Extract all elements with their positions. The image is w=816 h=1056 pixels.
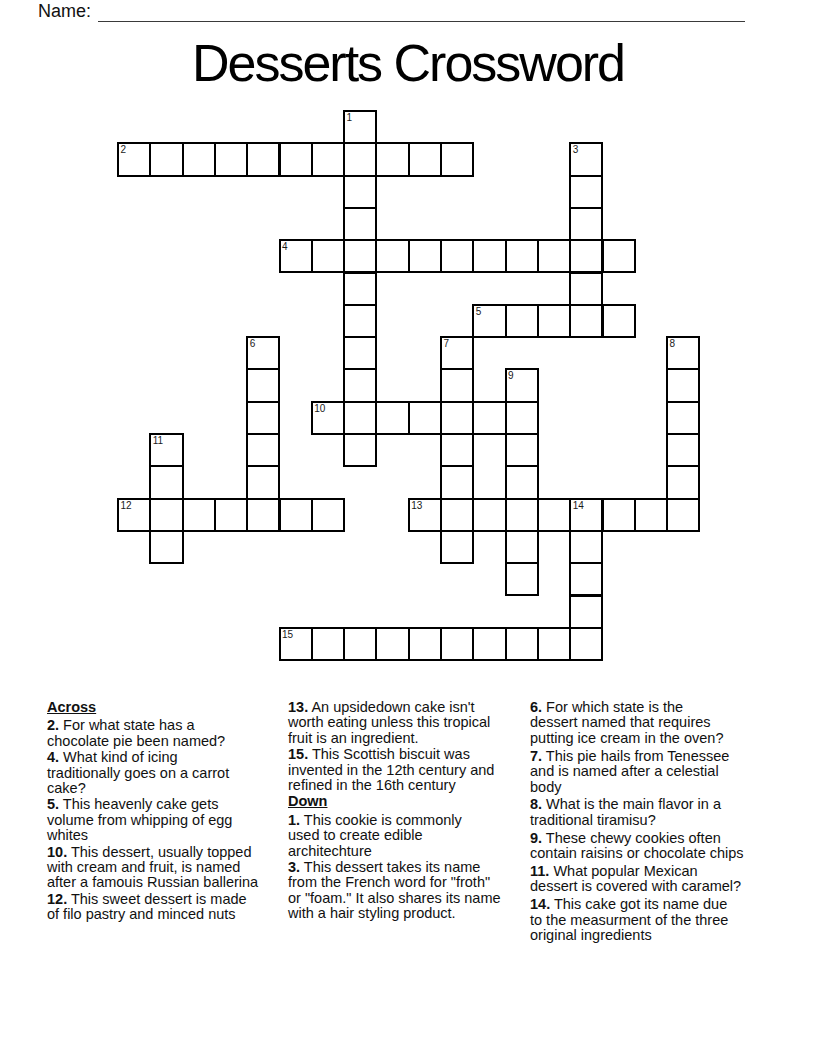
grid-cell-r13c1[interactable]	[149, 530, 183, 564]
cell-number-7: 7	[444, 338, 450, 349]
grid-cell-r13c14[interactable]	[569, 530, 603, 564]
grid-cell-r16c7[interactable]	[343, 627, 377, 661]
grid-cell-r13c10[interactable]	[440, 530, 474, 564]
grid-cell-r12c17[interactable]	[666, 498, 700, 532]
clue-text: This heavenly cake gets volume from whip…	[47, 796, 232, 843]
grid-cell-r8c7[interactable]	[343, 368, 377, 402]
grid-cell-r12c16[interactable]	[634, 498, 668, 532]
clue-number-label: 13.	[288, 699, 308, 715]
grid-cell-r12c11[interactable]	[472, 498, 506, 532]
clue-text: For what state has a chocolate pie been …	[47, 717, 225, 748]
grid-cell-r7c4[interactable]: 6	[246, 336, 280, 370]
grid-cell-r6c12[interactable]	[505, 304, 539, 338]
grid-cell-r8c10[interactable]	[440, 368, 474, 402]
grid-cell-r4c11[interactable]	[472, 239, 506, 273]
clue-text: This cookie is commonly used to create e…	[288, 812, 462, 859]
grid-cell-r1c3[interactable]	[214, 142, 248, 176]
grid-cell-r11c10[interactable]	[440, 465, 474, 499]
grid-cell-r2c7[interactable]	[343, 175, 377, 209]
clue-down-3: 3. This dessert takes its name from the …	[288, 860, 546, 922]
grid-cell-r9c12[interactable]	[505, 401, 539, 435]
grid-cell-r14c14[interactable]	[569, 562, 603, 596]
clue-number-label: 8.	[530, 796, 542, 812]
cell-number-13: 13	[411, 500, 422, 511]
grid-cell-r10c4[interactable]	[246, 433, 280, 467]
grid-cell-r2c14[interactable]	[569, 175, 603, 209]
cell-number-8: 8	[670, 338, 676, 349]
grid-cell-r12c5[interactable]	[279, 498, 313, 532]
grid-cell-r4c12[interactable]	[505, 239, 539, 273]
grid-cell-r11c1[interactable]	[149, 465, 183, 499]
cell-number-11: 11	[153, 435, 163, 446]
grid-cell-r10c10[interactable]	[440, 433, 474, 467]
grid-cell-r10c7[interactable]	[343, 433, 377, 467]
grid-cell-r6c7[interactable]	[343, 304, 377, 338]
grid-cell-r16c10[interactable]	[440, 627, 474, 661]
clue-text: This pie hails from Tenessee and is name…	[530, 748, 729, 795]
grid-cell-r1c2[interactable]	[182, 142, 216, 176]
grid-cell-r4c10[interactable]	[440, 239, 474, 273]
grid-cell-r9c11[interactable]	[472, 401, 506, 435]
grid-cell-r7c7[interactable]	[343, 336, 377, 370]
grid-cell-r4c7[interactable]	[343, 239, 377, 273]
name-row: Name:	[38, 0, 745, 22]
clue-number-label: 4.	[47, 749, 59, 765]
clue-number-label: 11.	[530, 863, 549, 879]
cell-number-1: 1	[347, 112, 353, 123]
clue-across-13: 13. An upsidedown cake isn't worth eatin…	[288, 700, 546, 746]
grid-cell-r11c12[interactable]	[505, 465, 539, 499]
grid-cell-r1c5[interactable]	[279, 142, 313, 176]
clue-down-9: 9. These chewy cookies often contain rai…	[530, 831, 792, 862]
clue-number-label: 12.	[47, 891, 67, 907]
grid-cell-r12c2[interactable]	[182, 498, 216, 532]
grid-cell-r9c6[interactable]: 10	[311, 401, 345, 435]
grid-cell-r10c17[interactable]	[666, 433, 700, 467]
clues-column-3: 6. For which state is the dessert named …	[530, 700, 792, 946]
clue-number-label: 5.	[47, 796, 59, 812]
grid-cell-r12c15[interactable]	[602, 498, 636, 532]
grid-cell-r16c5[interactable]: 15	[279, 627, 313, 661]
grid-cell-r1c0[interactable]: 2	[117, 142, 151, 176]
clue-number-label: 7.	[530, 748, 542, 764]
grid-cell-r15c14[interactable]	[569, 595, 603, 629]
cell-number-3: 3	[573, 144, 579, 155]
clue-across-5: 5. This heavenly cake gets volume from w…	[47, 797, 305, 843]
grid-cell-r12c0[interactable]: 12	[117, 498, 151, 532]
grid-cell-r6c11[interactable]: 5	[472, 304, 506, 338]
grid-cell-r16c8[interactable]	[375, 627, 409, 661]
grid-cell-r8c4[interactable]	[246, 368, 280, 402]
clue-across-15: 15. This Scottish biscuit was invented i…	[288, 747, 546, 793]
grid-cell-r6c15[interactable]	[602, 304, 636, 338]
grid-cell-r12c3[interactable]	[214, 498, 248, 532]
clues-header-across: Across	[47, 700, 305, 715]
clue-number-label: 6.	[530, 699, 542, 715]
grid-cell-r6c13[interactable]	[537, 304, 571, 338]
grid-cell-r4c5[interactable]: 4	[279, 239, 313, 273]
clue-number-label: 15.	[288, 746, 308, 762]
grid-cell-r10c12[interactable]	[505, 433, 539, 467]
grid-cell-r1c9[interactable]	[408, 142, 442, 176]
grid-cell-r5c7[interactable]	[343, 272, 377, 306]
grid-cell-r13c12[interactable]	[505, 530, 539, 564]
grid-cell-r9c10[interactable]	[440, 401, 474, 435]
grid-cell-r5c14[interactable]	[569, 272, 603, 306]
grid-cell-r12c4[interactable]	[246, 498, 280, 532]
grid-cell-r1c10[interactable]	[440, 142, 474, 176]
grid-cell-r12c1[interactable]	[149, 498, 183, 532]
clue-text: What kind of icing traditionally goes on…	[47, 749, 229, 796]
clue-text: What is the main flavor in a traditional…	[530, 796, 721, 827]
clue-down-6: 6. For which state is the dessert named …	[530, 700, 792, 746]
grid-cell-r1c7[interactable]	[343, 142, 377, 176]
grid-cell-r14c12[interactable]	[505, 562, 539, 596]
clue-across-4: 4. What kind of icing traditionally goes…	[47, 750, 305, 796]
grid-cell-r9c17[interactable]	[666, 401, 700, 435]
grid-cell-r9c7[interactable]	[343, 401, 377, 435]
grid-cell-r4c9[interactable]	[408, 239, 442, 273]
clue-number-label: 2.	[47, 717, 59, 733]
grid-cell-r10c1[interactable]: 11	[149, 433, 183, 467]
clue-across-2: 2. For what state has a chocolate pie be…	[47, 718, 305, 749]
grid-cell-r12c13[interactable]	[537, 498, 571, 532]
clue-text: This dessert takes its name from the Fre…	[288, 859, 501, 921]
clue-text: What popular Mexican dessert is covered …	[530, 863, 741, 894]
clue-text: This dessert, usually topped with cream …	[47, 844, 258, 891]
grid-cell-r4c13[interactable]	[537, 239, 571, 273]
grid-cell-r1c1[interactable]	[149, 142, 183, 176]
cell-number-12: 12	[121, 500, 132, 511]
clue-down-14: 14. This cake got its name due to the me…	[530, 897, 792, 943]
clue-text: This sweet dessert is made of filo pastr…	[47, 891, 247, 922]
clue-number-label: 10.	[47, 844, 67, 860]
grid-cell-r0c7[interactable]: 1	[343, 110, 377, 144]
name-blank-line[interactable]	[98, 1, 745, 22]
clue-number-label: 3.	[288, 859, 300, 875]
clue-number-label: 1.	[288, 812, 300, 828]
grid-cell-r8c17[interactable]	[666, 368, 700, 402]
grid-cell-r3c14[interactable]	[569, 207, 603, 241]
grid-cell-r1c14[interactable]: 3	[569, 142, 603, 176]
grid-cell-r7c10[interactable]: 7	[440, 336, 474, 370]
grid-cell-r12c14[interactable]: 14	[569, 498, 603, 532]
grid-cell-r4c8[interactable]	[375, 239, 409, 273]
page-title: Desserts Crossword	[0, 33, 816, 93]
clue-down-1: 1. This cookie is commonly used to creat…	[288, 813, 546, 859]
grid-cell-r12c12[interactable]	[505, 498, 539, 532]
clue-down-8: 8. What is the main flavor in a traditio…	[530, 797, 792, 828]
grid-cell-r16c12[interactable]	[505, 627, 539, 661]
grid-cell-r4c6[interactable]	[311, 239, 345, 273]
cell-number-9: 9	[508, 370, 514, 381]
grid-cell-r6c14[interactable]	[569, 304, 603, 338]
grid-cell-r16c14[interactable]	[569, 627, 603, 661]
grid-cell-r12c10[interactable]	[440, 498, 474, 532]
clue-text: This Scottish biscuit was invented in th…	[288, 746, 494, 793]
clue-number-label: 14.	[530, 896, 550, 912]
clue-text: For which state is the dessert named tha…	[530, 699, 723, 746]
grid-cell-r9c8[interactable]	[375, 401, 409, 435]
clue-text: An upsidedown cake isn't worth eating un…	[288, 699, 490, 746]
clues-column-1: Across2. For what state has a chocolate …	[47, 700, 305, 924]
clue-text: These chewy cookies often contain raisin…	[530, 830, 744, 861]
grid-cell-r4c15[interactable]	[602, 239, 636, 273]
clue-across-12: 12. This sweet dessert is made of filo p…	[47, 892, 305, 923]
cell-number-4: 4	[282, 241, 288, 252]
grid-cell-r16c11[interactable]	[472, 627, 506, 661]
clues-header-down: Down	[288, 794, 546, 809]
grid-cell-r12c9[interactable]: 13	[408, 498, 442, 532]
grid-cell-r9c4[interactable]	[246, 401, 280, 435]
grid-cell-r1c4[interactable]	[246, 142, 280, 176]
grid-cell-r3c7[interactable]	[343, 207, 377, 241]
grid-cell-r16c9[interactable]	[408, 627, 442, 661]
grid-cell-r4c14[interactable]	[569, 239, 603, 273]
grid-cell-r11c17[interactable]	[666, 465, 700, 499]
clue-down-11: 11. What popular Mexican dessert is cove…	[530, 864, 792, 895]
name-label: Name:	[38, 1, 91, 22]
grid-cell-r11c4[interactable]	[246, 465, 280, 499]
cell-number-15: 15	[282, 629, 293, 640]
cell-number-6: 6	[250, 338, 256, 349]
clue-down-7: 7. This pie hails from Tenessee and is n…	[530, 749, 792, 795]
clue-text: This cake got its name due to the measur…	[530, 896, 728, 943]
grid-cell-r12c6[interactable]	[311, 498, 345, 532]
grid-cell-r7c17[interactable]: 8	[666, 336, 700, 370]
grid-cell-r9c9[interactable]	[408, 401, 442, 435]
clue-across-10: 10. This dessert, usually topped with cr…	[47, 845, 305, 891]
cell-number-10: 10	[314, 403, 325, 414]
grid-cell-r1c8[interactable]	[375, 142, 409, 176]
grid-cell-r8c12[interactable]: 9	[505, 368, 539, 402]
grid-cell-r16c13[interactable]	[537, 627, 571, 661]
grid-cell-r16c6[interactable]	[311, 627, 345, 661]
clues-column-2: 13. An upsidedown cake isn't worth eatin…	[288, 700, 546, 923]
grid-cell-r1c6[interactable]	[311, 142, 345, 176]
cell-number-14: 14	[573, 500, 584, 511]
cell-number-5: 5	[476, 306, 482, 317]
clue-number-label: 9.	[530, 830, 542, 846]
crossword-grid: 123456789101112131415	[117, 110, 701, 662]
cell-number-2: 2	[121, 144, 127, 155]
